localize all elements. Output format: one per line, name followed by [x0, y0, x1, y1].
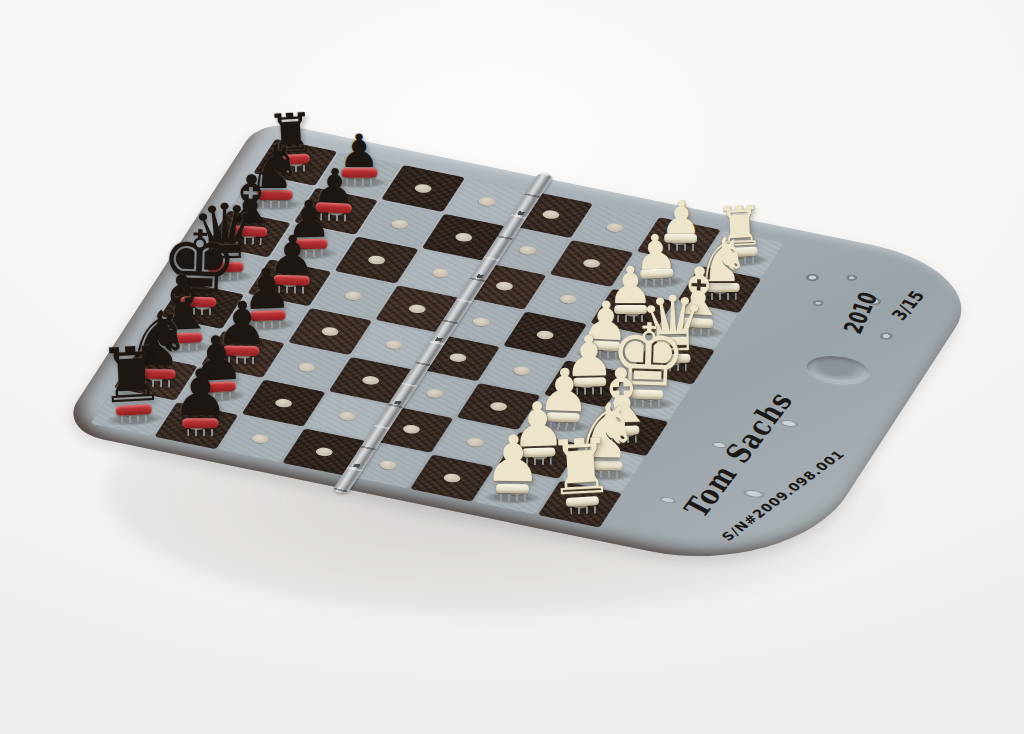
- black-rook-glyph: ♜: [97, 339, 168, 411]
- mounting-pins: [499, 494, 525, 501]
- white-pawn-glyph: ♟: [484, 430, 542, 490]
- white-rook-glyph: ♜: [545, 431, 616, 503]
- black-pawn-glyph: ♟: [172, 364, 229, 423]
- pieces-layer: ♜♞♝♛♚♝♞♜♟♟♟♟♟♟♟♟♟♟♟♟♟♟♟♟♜♞♝♛♚♝♞♜: [0, 0, 1024, 734]
- paper-label-band: [496, 484, 529, 494]
- red-tape-band: [182, 418, 218, 428]
- piece-white-pawn: ♟: [484, 430, 543, 502]
- piece-black-pawn: ♟: [172, 364, 229, 436]
- mounting-pins: [187, 429, 213, 436]
- piece-white-rook: ♜: [545, 431, 616, 515]
- mounting-pins: [121, 415, 147, 423]
- photo-backdrop: 2010 3/15 Tom Sachs S/N#2009.098.001 ♜♞♝…: [0, 0, 1024, 734]
- red-tape-band: [116, 404, 152, 416]
- piece-black-rook: ♜: [97, 339, 168, 424]
